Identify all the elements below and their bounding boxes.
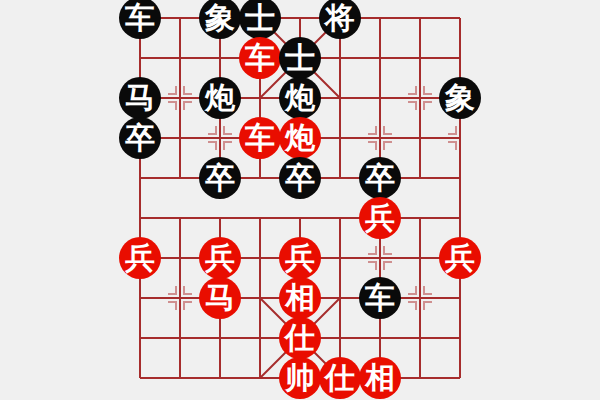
piece-red-soldier[interactable]: 兵 (439, 237, 481, 279)
xiangqi-pieces-layer: 车象士将车士马炮炮象卒车炮卒卒卒兵兵兵兵兵马相车仕帅仕相 (120, 0, 480, 398)
piece-red-advisor[interactable]: 仕 (279, 317, 321, 359)
piece-black-advisor[interactable]: 士 (239, 0, 281, 39)
piece-black-elephant[interactable]: 象 (199, 0, 241, 39)
piece-red-chariot[interactable]: 车 (239, 37, 281, 79)
piece-red-elephant[interactable]: 相 (279, 277, 321, 319)
piece-black-chariot[interactable]: 车 (119, 0, 161, 39)
piece-red-soldier[interactable]: 兵 (359, 197, 401, 239)
piece-black-soldier[interactable]: 卒 (359, 157, 401, 199)
piece-red-general[interactable]: 帅 (279, 357, 321, 399)
piece-red-horse[interactable]: 马 (199, 277, 241, 319)
piece-black-soldier[interactable]: 卒 (279, 157, 321, 199)
piece-red-advisor[interactable]: 仕 (319, 357, 361, 399)
piece-red-cannon[interactable]: 炮 (279, 117, 321, 159)
piece-black-horse[interactable]: 马 (119, 77, 161, 119)
piece-red-chariot[interactable]: 车 (239, 117, 281, 159)
piece-red-soldier[interactable]: 兵 (199, 237, 241, 279)
xiangqi-app: 车象士将车士马炮炮象卒车炮卒卒卒兵兵兵兵兵马相车仕帅仕相 (0, 0, 600, 400)
piece-black-advisor[interactable]: 士 (279, 37, 321, 79)
piece-red-elephant[interactable]: 相 (359, 357, 401, 399)
piece-red-soldier[interactable]: 兵 (279, 237, 321, 279)
piece-black-soldier[interactable]: 卒 (119, 117, 161, 159)
piece-black-elephant[interactable]: 象 (439, 77, 481, 119)
piece-black-soldier[interactable]: 卒 (199, 157, 241, 199)
piece-black-cannon[interactable]: 炮 (279, 77, 321, 119)
piece-red-soldier[interactable]: 兵 (119, 237, 161, 279)
piece-black-chariot[interactable]: 车 (359, 277, 401, 319)
piece-black-cannon[interactable]: 炮 (199, 77, 241, 119)
piece-black-general[interactable]: 将 (319, 0, 361, 39)
